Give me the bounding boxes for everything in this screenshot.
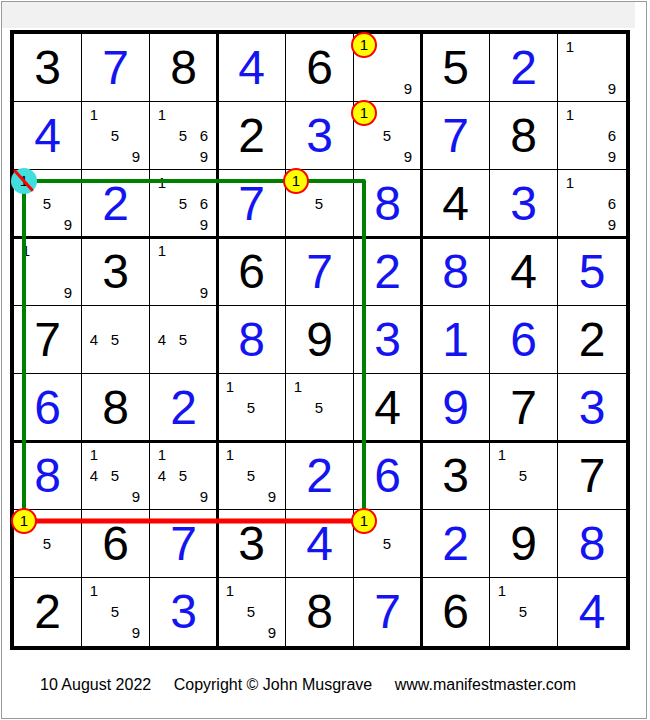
solved-digit: 2 [354, 238, 421, 305]
given-digit: 8 [150, 34, 217, 101]
given-digit: 6 [422, 578, 489, 646]
given-digit: 2 [218, 102, 285, 169]
cell-r1c3[interactable]: 8 [150, 34, 218, 102]
cell-r9c1[interactable]: 2 [14, 578, 82, 646]
candidate-5: 5 [173, 126, 193, 146]
candidate-5: 5 [309, 194, 329, 214]
candidate-5: 5 [37, 194, 57, 214]
footer: 10 August 2022 Copyright © John Musgrave… [40, 676, 630, 694]
cell-r6c8[interactable]: 7 [490, 374, 558, 442]
solved-digit: 6 [490, 306, 557, 373]
candidate-1: 1 [288, 377, 308, 397]
solved-digit: 2 [286, 442, 353, 509]
cell-r3c8[interactable]: 3 [490, 170, 558, 238]
cell-r7c5[interactable]: 2 [286, 442, 354, 510]
candidate-4: 4 [84, 330, 104, 350]
candidate-1: 1 [492, 445, 512, 465]
cell-r5c7[interactable]: 1 [422, 306, 490, 374]
given-digit: 8 [286, 578, 353, 646]
cell-r8c2[interactable]: 6 [82, 510, 150, 578]
cell-r3c9[interactable]: 169 [558, 170, 626, 238]
cell-r5c5[interactable]: 9 [286, 306, 354, 374]
candidate-1: 1 [152, 173, 172, 193]
solved-digit: 7 [422, 102, 489, 169]
candidate-5: 5 [105, 330, 125, 350]
cell-r4c1[interactable]: 19 [14, 238, 82, 306]
solved-digit: 4 [558, 578, 626, 646]
cell-r4c4[interactable]: 6 [218, 238, 286, 306]
cell-r5c6[interactable]: 3 [354, 306, 422, 374]
candidate-6: 6 [602, 126, 622, 146]
solved-digit: 7 [150, 510, 217, 577]
cell-r7c9[interactable]: 7 [558, 442, 626, 510]
candidate-9: 9 [126, 487, 146, 507]
solved-digit: 6 [14, 374, 81, 441]
cell-r9c7[interactable]: 6 [422, 578, 490, 646]
candidate-5: 5 [105, 602, 125, 622]
cell-r2c2[interactable]: 159 [82, 102, 150, 170]
cell-r5c9[interactable]: 2 [558, 306, 626, 374]
candidate-6: 6 [194, 126, 214, 146]
candidate-5: 5 [37, 534, 57, 554]
cell-r2c6[interactable]: 59 [354, 102, 422, 170]
solved-digit: 8 [14, 442, 81, 509]
solved-digit: 3 [354, 306, 421, 373]
candidate-5: 5 [173, 466, 193, 486]
footer-copyright: Copyright © John Musgrave [174, 676, 373, 693]
given-digit: 6 [218, 238, 285, 305]
cell-r1c4[interactable]: 4 [218, 34, 286, 102]
cell-r2c3[interactable]: 1569 [150, 102, 218, 170]
candidate-9: 9 [194, 215, 214, 235]
cell-r6c6[interactable]: 4 [354, 374, 422, 442]
solved-digit: 1 [422, 306, 489, 373]
solved-digit: 4 [286, 510, 353, 577]
cell-r1c8[interactable]: 2 [490, 34, 558, 102]
box-border-vertical [216, 34, 219, 646]
cell-r7c6[interactable]: 6 [354, 442, 422, 510]
cell-r2c5[interactable]: 3 [286, 102, 354, 170]
solved-digit: 3 [286, 102, 353, 169]
cell-r1c7[interactable]: 5 [422, 34, 490, 102]
cell-r9c3[interactable]: 3 [150, 578, 218, 646]
candidate-9: 9 [126, 623, 146, 643]
solved-digit: 7 [354, 578, 421, 646]
candidate-9: 9 [194, 283, 214, 303]
footer-website: www.manifestmaster.com [395, 676, 576, 693]
given-digit: 6 [82, 510, 149, 577]
candidate-5: 5 [173, 194, 193, 214]
cell-r1c2[interactable]: 7 [82, 34, 150, 102]
candidate-1: 1 [220, 581, 240, 601]
top-band [2, 2, 635, 28]
cell-r8c3[interactable]: 7 [150, 510, 218, 578]
cell-r1c9[interactable]: 19 [558, 34, 626, 102]
solved-digit: 4 [14, 102, 81, 169]
given-digit: 5 [422, 34, 489, 101]
cell-r7c3[interactable]: 1459 [150, 442, 218, 510]
solved-digit: 3 [490, 170, 557, 237]
cell-r8c7[interactable]: 2 [422, 510, 490, 578]
candidate-1: 1 [152, 445, 172, 465]
cell-r9c2[interactable]: 159 [82, 578, 150, 646]
given-digit: 7 [558, 442, 626, 509]
candidate-5: 5 [377, 126, 397, 146]
cell-r3c4[interactable]: 7 [218, 170, 286, 238]
cell-r9c6[interactable]: 7 [354, 578, 422, 646]
candidate-1: 1 [560, 37, 580, 57]
solved-digit: 7 [218, 170, 285, 237]
cell-r2c8[interactable]: 8 [490, 102, 558, 170]
solved-digit: 7 [286, 238, 353, 305]
candidate-9: 9 [194, 487, 214, 507]
candidate-4: 4 [152, 466, 172, 486]
cell-r2c1[interactable]: 4 [14, 102, 82, 170]
given-digit: 3 [218, 510, 285, 577]
solved-digit: 2 [490, 34, 557, 101]
candidate-4: 4 [152, 330, 172, 350]
candidate-1: 1 [152, 105, 172, 125]
cell-r7c1[interactable]: 8 [14, 442, 82, 510]
candidate-5: 5 [513, 602, 533, 622]
cell-r7c8[interactable]: 15 [490, 442, 558, 510]
candidate-1: 1 [84, 105, 104, 125]
solved-digit: 8 [354, 170, 421, 237]
cell-r6c5[interactable]: 15 [286, 374, 354, 442]
given-digit: 8 [490, 102, 557, 169]
cell-r6c1[interactable]: 6 [14, 374, 82, 442]
cell-r1c6[interactable]: 9 [354, 34, 422, 102]
cell-r2c4[interactable]: 2 [218, 102, 286, 170]
given-digit: 3 [82, 238, 149, 305]
candidate-5: 5 [241, 398, 261, 418]
cell-r9c5[interactable]: 8 [286, 578, 354, 646]
candidate-5: 5 [105, 126, 125, 146]
candidate-1: 1 [84, 581, 104, 601]
cell-r6c4[interactable]: 15 [218, 374, 286, 442]
candidate-5: 5 [173, 330, 193, 350]
candidate-6: 6 [602, 194, 622, 214]
candidate-9: 9 [58, 283, 78, 303]
given-digit: 7 [14, 306, 81, 373]
solved-digit: 2 [422, 510, 489, 577]
cell-r2c7[interactable]: 7 [422, 102, 490, 170]
cell-r3c3[interactable]: 1569 [150, 170, 218, 238]
cell-r4c3[interactable]: 19 [150, 238, 218, 306]
cell-r8c4[interactable]: 3 [218, 510, 286, 578]
candidate-9: 9 [398, 79, 418, 99]
cell-r1c1[interactable]: 3 [14, 34, 82, 102]
given-digit: 9 [286, 306, 353, 373]
cell-r9c9[interactable]: 4 [558, 578, 626, 646]
candidate-5: 5 [105, 466, 125, 486]
candidate-9: 9 [602, 147, 622, 167]
candidate-1: 1 [152, 241, 172, 261]
cell-r4c6[interactable]: 2 [354, 238, 422, 306]
solved-digit: 3 [558, 374, 626, 441]
candidate-1: 1 [84, 445, 104, 465]
solved-digit: 8 [218, 306, 285, 373]
given-digit: 3 [14, 34, 81, 101]
cell-r6c7[interactable]: 9 [422, 374, 490, 442]
cell-r5c8[interactable]: 6 [490, 306, 558, 374]
cell-r8c1[interactable]: 5 [14, 510, 82, 578]
given-digit: 2 [558, 306, 626, 373]
given-digit: 9 [490, 510, 557, 577]
solved-digit: 8 [422, 238, 489, 305]
cell-r8c5[interactable]: 4 [286, 510, 354, 578]
given-digit: 4 [354, 374, 421, 441]
cell-r3c6[interactable]: 8 [354, 170, 422, 238]
candidate-5: 5 [241, 466, 261, 486]
solved-digit: 2 [150, 374, 217, 441]
cell-r7c4[interactable]: 159 [218, 442, 286, 510]
box-border-horizontal [14, 440, 626, 443]
cell-r8c6[interactable]: 5 [354, 510, 422, 578]
cell-r5c4[interactable]: 8 [218, 306, 286, 374]
solved-digit: 6 [354, 442, 421, 509]
cell-r9c8[interactable]: 15 [490, 578, 558, 646]
given-digit: 4 [490, 238, 557, 305]
cell-r5c3[interactable]: 45 [150, 306, 218, 374]
candidate-1: 1 [560, 173, 580, 193]
given-digit: 4 [422, 170, 489, 237]
given-digit: 2 [14, 578, 81, 646]
candidate-9: 9 [194, 147, 214, 167]
candidate-5: 5 [513, 466, 533, 486]
cell-r8c9[interactable]: 8 [558, 510, 626, 578]
cell-r4c8[interactable]: 4 [490, 238, 558, 306]
cell-r7c7[interactable]: 3 [422, 442, 490, 510]
cell-r6c2[interactable]: 8 [82, 374, 150, 442]
solved-digit: 7 [82, 34, 149, 101]
cell-r4c5[interactable]: 7 [286, 238, 354, 306]
cell-r3c1[interactable]: 59 [14, 170, 82, 238]
candidate-1: 1 [220, 445, 240, 465]
cell-r3c5[interactable]: 5 [286, 170, 354, 238]
candidate-9: 9 [602, 215, 622, 235]
footer-date: 10 August 2022 [40, 676, 151, 693]
cell-r2c9[interactable]: 169 [558, 102, 626, 170]
cell-r1c5[interactable]: 6 [286, 34, 354, 102]
solved-digit: 3 [150, 578, 217, 646]
solved-digit: 9 [422, 374, 489, 441]
given-digit: 8 [82, 374, 149, 441]
cell-r7c2[interactable]: 1459 [82, 442, 150, 510]
candidate-9: 9 [398, 147, 418, 167]
solved-digit: 8 [558, 510, 626, 577]
sudoku-board: 3784695219415915692359781695921569758431… [10, 30, 630, 650]
cell-r5c2[interactable]: 45 [82, 306, 150, 374]
solved-digit: 5 [558, 238, 626, 305]
candidate-5: 5 [241, 602, 261, 622]
solved-digit: 2 [82, 170, 149, 237]
box-border-horizontal [14, 236, 626, 239]
box-border-vertical [420, 34, 423, 646]
candidate-1: 1 [16, 241, 36, 261]
cell-r4c2[interactable]: 3 [82, 238, 150, 306]
candidate-1: 1 [492, 581, 512, 601]
cell-r4c9[interactable]: 5 [558, 238, 626, 306]
cell-r4c7[interactable]: 8 [422, 238, 490, 306]
cell-r8c8[interactable]: 9 [490, 510, 558, 578]
candidate-9: 9 [126, 147, 146, 167]
given-digit: 6 [286, 34, 353, 101]
candidate-4: 4 [84, 466, 104, 486]
candidate-6: 6 [194, 194, 214, 214]
cell-r6c9[interactable]: 3 [558, 374, 626, 442]
candidate-1: 1 [560, 105, 580, 125]
candidate-9: 9 [262, 623, 282, 643]
candidate-9: 9 [262, 487, 282, 507]
candidate-9: 9 [58, 215, 78, 235]
candidate-5: 5 [377, 534, 397, 554]
candidate-9: 9 [602, 79, 622, 99]
cell-r5c1[interactable]: 7 [14, 306, 82, 374]
cell-r6c3[interactable]: 2 [150, 374, 218, 442]
cell-r9c4[interactable]: 159 [218, 578, 286, 646]
cell-r3c2[interactable]: 2 [82, 170, 150, 238]
given-digit: 3 [422, 442, 489, 509]
candidate-5: 5 [309, 398, 329, 418]
candidate-1: 1 [220, 377, 240, 397]
solved-digit: 4 [218, 34, 285, 101]
given-digit: 7 [490, 374, 557, 441]
cell-r3c7[interactable]: 4 [422, 170, 490, 238]
